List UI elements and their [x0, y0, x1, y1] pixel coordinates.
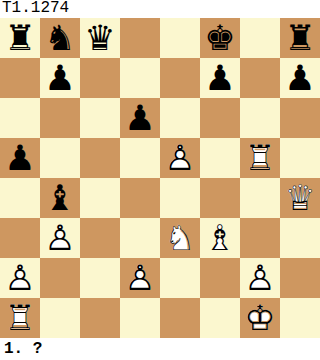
piece-glyph: ♜: [0, 18, 40, 58]
square-h5[interactable]: [280, 138, 320, 178]
white-rook-piece: ♜♖: [0, 298, 40, 338]
square-g6[interactable]: [240, 98, 280, 138]
piece-outline: ♖: [240, 138, 280, 178]
square-e3[interactable]: ♞♘: [160, 218, 200, 258]
square-g4[interactable]: [240, 178, 280, 218]
square-b8[interactable]: ♞: [40, 18, 80, 58]
white-pawn-piece: ♟♙: [40, 218, 80, 258]
square-g1[interactable]: ♚♔: [240, 298, 280, 338]
square-a5[interactable]: ♟: [0, 138, 40, 178]
piece-outline: ♕: [280, 178, 320, 218]
piece-outline: ♙: [240, 258, 280, 298]
black-rook-piece: ♜: [280, 18, 320, 58]
square-h3[interactable]: [280, 218, 320, 258]
black-bishop-piece: ♝: [40, 178, 80, 218]
square-f7[interactable]: ♟: [200, 58, 240, 98]
square-f6[interactable]: [200, 98, 240, 138]
square-d1[interactable]: [120, 298, 160, 338]
black-pawn-piece: ♟: [200, 58, 240, 98]
square-c4[interactable]: [80, 178, 120, 218]
square-h8[interactable]: ♜: [280, 18, 320, 58]
square-b5[interactable]: [40, 138, 80, 178]
white-knight-piece: ♞♘: [160, 218, 200, 258]
white-king-piece: ♚♔: [240, 298, 280, 338]
square-f8[interactable]: ♚: [200, 18, 240, 58]
square-c8[interactable]: ♛: [80, 18, 120, 58]
square-c1[interactable]: [80, 298, 120, 338]
square-g2[interactable]: ♟♙: [240, 258, 280, 298]
piece-outline: ♘: [160, 218, 200, 258]
square-d5[interactable]: [120, 138, 160, 178]
square-b6[interactable]: [40, 98, 80, 138]
square-f1[interactable]: [200, 298, 240, 338]
white-pawn-piece: ♟♙: [120, 258, 160, 298]
square-e7[interactable]: [160, 58, 200, 98]
square-h4[interactable]: ♛♕: [280, 178, 320, 218]
square-h1[interactable]: [280, 298, 320, 338]
square-e2[interactable]: [160, 258, 200, 298]
piece-glyph: ♛: [80, 18, 120, 58]
square-g7[interactable]: [240, 58, 280, 98]
black-queen-piece: ♛: [80, 18, 120, 58]
square-b7[interactable]: ♟: [40, 58, 80, 98]
piece-outline: ♙: [120, 258, 160, 298]
square-c3[interactable]: [80, 218, 120, 258]
black-knight-piece: ♞: [40, 18, 80, 58]
square-h6[interactable]: [280, 98, 320, 138]
square-h7[interactable]: ♟: [280, 58, 320, 98]
square-f3[interactable]: ♝♗: [200, 218, 240, 258]
black-pawn-piece: ♟: [280, 58, 320, 98]
square-e6[interactable]: [160, 98, 200, 138]
white-pawn-piece: ♟♙: [0, 258, 40, 298]
piece-glyph: ♟: [200, 58, 240, 98]
square-b1[interactable]: [40, 298, 80, 338]
square-a8[interactable]: ♜: [0, 18, 40, 58]
white-pawn-piece: ♟♙: [240, 258, 280, 298]
piece-outline: ♖: [0, 298, 40, 338]
square-f4[interactable]: [200, 178, 240, 218]
piece-glyph: ♟: [120, 98, 160, 138]
square-a4[interactable]: [0, 178, 40, 218]
square-a6[interactable]: [0, 98, 40, 138]
piece-glyph: ♜: [280, 18, 320, 58]
square-a7[interactable]: [0, 58, 40, 98]
square-a1[interactable]: ♜♖: [0, 298, 40, 338]
chess-board: ♜♞♛♚♜♟♟♟♟♟♟♙♜♖♝♛♕♟♙♞♘♝♗♟♙♟♙♟♙♜♖♚♔: [0, 18, 320, 338]
square-d6[interactable]: ♟: [120, 98, 160, 138]
square-b3[interactable]: ♟♙: [40, 218, 80, 258]
piece-glyph: ♞: [40, 18, 80, 58]
piece-outline: ♙: [0, 258, 40, 298]
square-d8[interactable]: [120, 18, 160, 58]
square-a3[interactable]: [0, 218, 40, 258]
black-pawn-piece: ♟: [0, 138, 40, 178]
square-b4[interactable]: ♝: [40, 178, 80, 218]
square-f5[interactable]: [200, 138, 240, 178]
white-pawn-piece: ♟♙: [160, 138, 200, 178]
white-bishop-piece: ♝♗: [200, 218, 240, 258]
puzzle-id: T1.1274: [0, 0, 320, 18]
square-d4[interactable]: [120, 178, 160, 218]
square-a2[interactable]: ♟♙: [0, 258, 40, 298]
white-rook-piece: ♜♖: [240, 138, 280, 178]
square-d7[interactable]: [120, 58, 160, 98]
piece-glyph: ♟: [40, 58, 80, 98]
square-c7[interactable]: [80, 58, 120, 98]
piece-glyph: ♝: [40, 178, 80, 218]
square-h2[interactable]: [280, 258, 320, 298]
black-rook-piece: ♜: [0, 18, 40, 58]
square-g3[interactable]: [240, 218, 280, 258]
square-d2[interactable]: ♟♙: [120, 258, 160, 298]
piece-glyph: ♚: [200, 18, 240, 58]
square-e8[interactable]: [160, 18, 200, 58]
black-king-piece: ♚: [200, 18, 240, 58]
piece-glyph: ♟: [280, 58, 320, 98]
move-prompt: 1. ?: [0, 338, 320, 360]
square-c5[interactable]: [80, 138, 120, 178]
square-e1[interactable]: [160, 298, 200, 338]
square-c6[interactable]: [80, 98, 120, 138]
black-pawn-piece: ♟: [120, 98, 160, 138]
square-e4[interactable]: [160, 178, 200, 218]
piece-outline: ♙: [160, 138, 200, 178]
piece-outline: ♙: [40, 218, 80, 258]
piece-outline: ♗: [200, 218, 240, 258]
piece-outline: ♔: [240, 298, 280, 338]
square-g8[interactable]: [240, 18, 280, 58]
white-queen-piece: ♛♕: [280, 178, 320, 218]
square-g5[interactable]: ♜♖: [240, 138, 280, 178]
square-e5[interactable]: ♟♙: [160, 138, 200, 178]
piece-glyph: ♟: [0, 138, 40, 178]
square-f2[interactable]: [200, 258, 240, 298]
square-b2[interactable]: [40, 258, 80, 298]
square-c2[interactable]: [80, 258, 120, 298]
black-pawn-piece: ♟: [40, 58, 80, 98]
square-d3[interactable]: [120, 218, 160, 258]
